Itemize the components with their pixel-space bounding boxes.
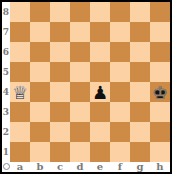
square-a1[interactable] bbox=[10, 142, 30, 162]
white-queen-piece[interactable]: ♛♕ bbox=[10, 82, 30, 102]
square-f3[interactable] bbox=[110, 102, 130, 122]
rank-label-6: 6 bbox=[2, 42, 10, 62]
square-c2[interactable] bbox=[50, 122, 70, 142]
square-f4[interactable] bbox=[110, 82, 130, 102]
square-b1[interactable] bbox=[30, 142, 50, 162]
square-f1[interactable] bbox=[110, 142, 130, 162]
square-c7[interactable] bbox=[50, 22, 70, 42]
square-e5[interactable] bbox=[90, 62, 110, 82]
rank-label-2: 2 bbox=[2, 122, 10, 142]
rank-label-4: 4 bbox=[2, 82, 10, 102]
square-c5[interactable] bbox=[50, 62, 70, 82]
rank-label-3: 3 bbox=[2, 102, 10, 122]
square-d7[interactable] bbox=[70, 22, 90, 42]
square-h5[interactable] bbox=[150, 62, 170, 82]
side-to-move-corner bbox=[2, 162, 10, 172]
square-a8[interactable] bbox=[10, 2, 30, 22]
square-g5[interactable] bbox=[130, 62, 150, 82]
square-h3[interactable] bbox=[150, 102, 170, 122]
square-d6[interactable] bbox=[70, 42, 90, 62]
square-g7[interactable] bbox=[130, 22, 150, 42]
square-h2[interactable] bbox=[150, 122, 170, 142]
square-g8[interactable] bbox=[130, 2, 150, 22]
square-c6[interactable] bbox=[50, 42, 70, 62]
square-a4[interactable]: ♛♕ bbox=[10, 82, 30, 102]
square-a5[interactable] bbox=[10, 62, 30, 82]
square-b3[interactable] bbox=[30, 102, 50, 122]
square-g6[interactable] bbox=[130, 42, 150, 62]
square-e6[interactable] bbox=[90, 42, 110, 62]
chess-board: ♛♕♟♚♔ bbox=[10, 2, 170, 162]
square-c8[interactable] bbox=[50, 2, 70, 22]
chess-diagram: 87654321 ♛♕♟♚♔ abcdefgh bbox=[0, 0, 172, 174]
square-g3[interactable] bbox=[130, 102, 150, 122]
square-b8[interactable] bbox=[30, 2, 50, 22]
square-a3[interactable] bbox=[10, 102, 30, 122]
rank-label-8: 8 bbox=[2, 2, 10, 22]
square-h7[interactable] bbox=[150, 22, 170, 42]
rank-label-5: 5 bbox=[2, 62, 10, 82]
square-h6[interactable] bbox=[150, 42, 170, 62]
square-f2[interactable] bbox=[110, 122, 130, 142]
square-d4[interactable] bbox=[70, 82, 90, 102]
square-e8[interactable] bbox=[90, 2, 110, 22]
square-g4[interactable] bbox=[130, 82, 150, 102]
square-e4[interactable]: ♟ bbox=[90, 82, 110, 102]
rank-labels: 87654321 bbox=[2, 2, 10, 162]
square-e7[interactable] bbox=[90, 22, 110, 42]
rank-label-7: 7 bbox=[2, 22, 10, 42]
square-g2[interactable] bbox=[130, 122, 150, 142]
square-c4[interactable] bbox=[50, 82, 70, 102]
square-b4[interactable] bbox=[30, 82, 50, 102]
square-f7[interactable] bbox=[110, 22, 130, 42]
square-d8[interactable] bbox=[70, 2, 90, 22]
square-a7[interactable] bbox=[10, 22, 30, 42]
square-b7[interactable] bbox=[30, 22, 50, 42]
square-h4[interactable]: ♚♔ bbox=[150, 82, 170, 102]
black-king-glyph-outline: ♔ bbox=[150, 82, 170, 102]
square-b2[interactable] bbox=[30, 122, 50, 142]
black-pawn-glyph-fill: ♟ bbox=[90, 82, 110, 102]
square-d2[interactable] bbox=[70, 122, 90, 142]
square-d5[interactable] bbox=[70, 62, 90, 82]
square-c1[interactable] bbox=[50, 142, 70, 162]
file-labels: abcdefgh bbox=[10, 162, 170, 172]
rank-label-1: 1 bbox=[2, 142, 10, 162]
black-pawn-piece[interactable]: ♟ bbox=[90, 82, 110, 102]
square-a2[interactable] bbox=[10, 122, 30, 142]
square-d1[interactable] bbox=[70, 142, 90, 162]
white-queen-glyph-outline: ♕ bbox=[10, 82, 30, 102]
square-g1[interactable] bbox=[130, 142, 150, 162]
square-e2[interactable] bbox=[90, 122, 110, 142]
square-f6[interactable] bbox=[110, 42, 130, 62]
square-e3[interactable] bbox=[90, 102, 110, 122]
square-d3[interactable] bbox=[70, 102, 90, 122]
square-h8[interactable] bbox=[150, 2, 170, 22]
square-f5[interactable] bbox=[110, 62, 130, 82]
square-e1[interactable] bbox=[90, 142, 110, 162]
square-a6[interactable] bbox=[10, 42, 30, 62]
square-h1[interactable] bbox=[150, 142, 170, 162]
white-to-move-icon bbox=[3, 163, 10, 170]
square-c3[interactable] bbox=[50, 102, 70, 122]
square-f8[interactable] bbox=[110, 2, 130, 22]
square-b6[interactable] bbox=[30, 42, 50, 62]
black-king-piece[interactable]: ♚♔ bbox=[150, 82, 170, 102]
diagram-inner: 87654321 ♛♕♟♚♔ abcdefgh bbox=[2, 2, 170, 172]
square-b5[interactable] bbox=[30, 62, 50, 82]
